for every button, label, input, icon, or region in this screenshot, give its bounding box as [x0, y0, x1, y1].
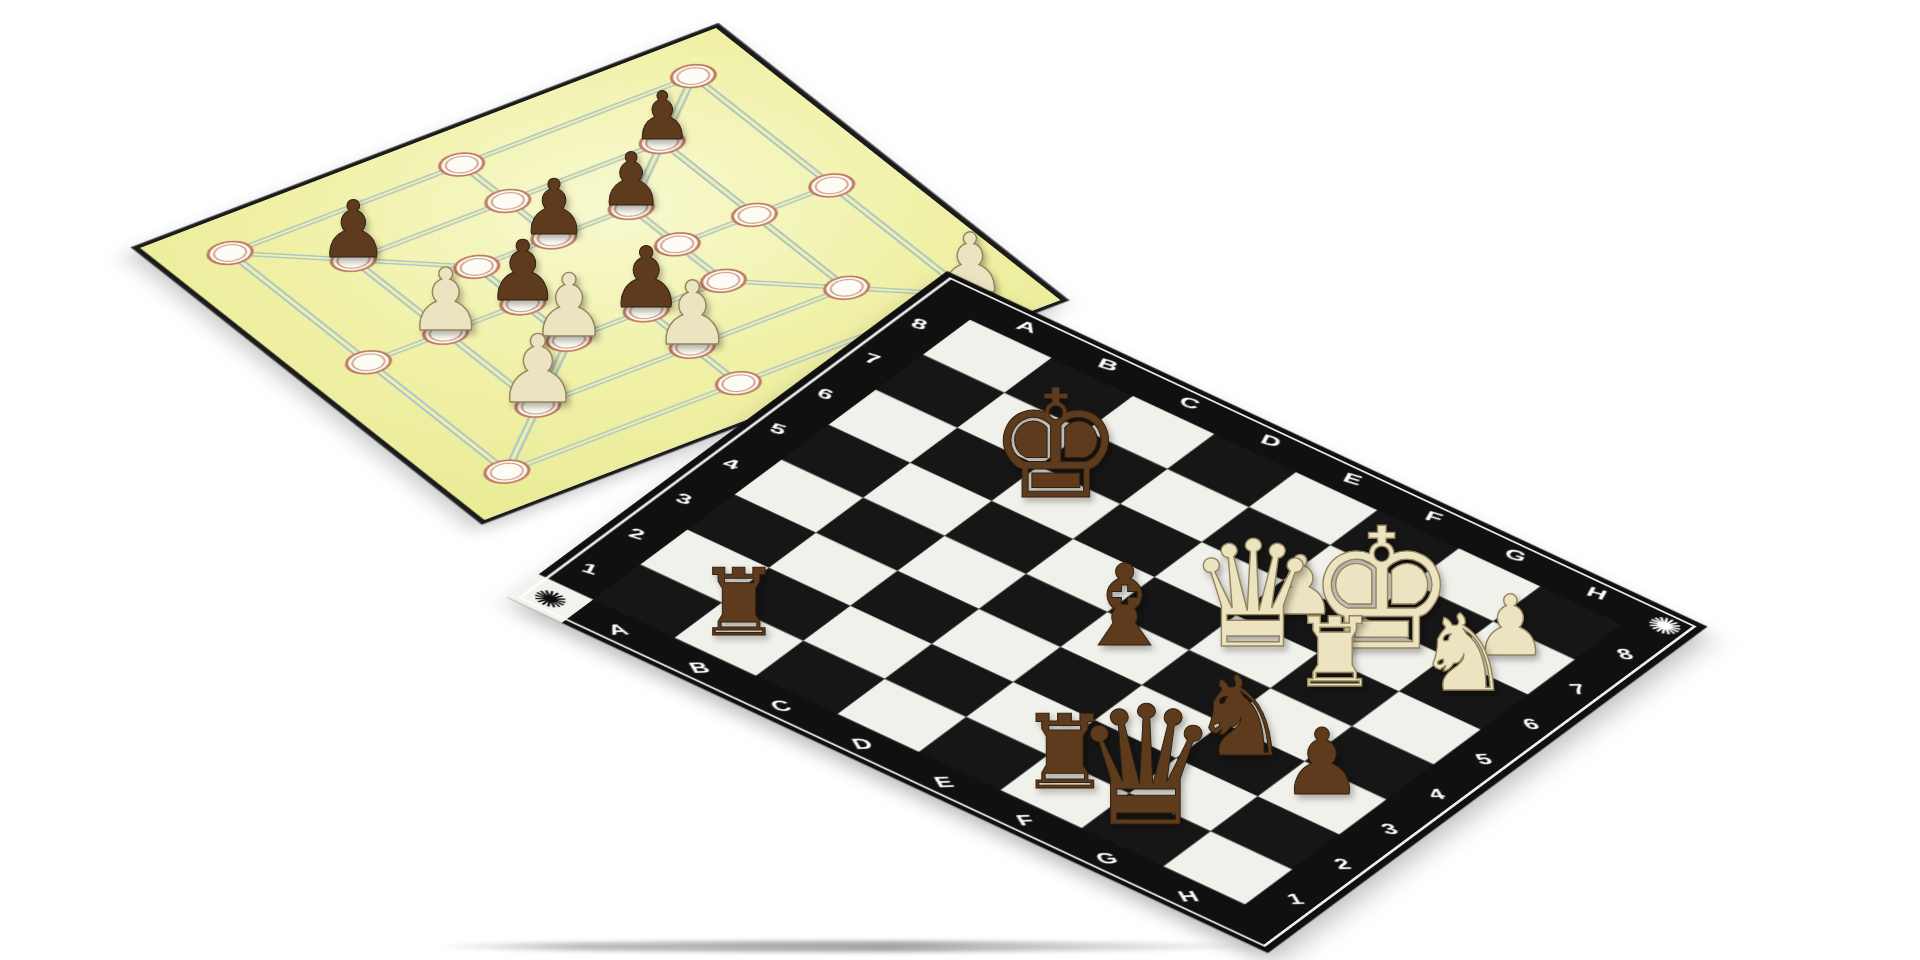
- chess-piece-dark-rook-b1[interactable]: ♜: [697, 558, 780, 651]
- chess-piece-dark-queen-g1[interactable]: ♛: [1072, 684, 1220, 849]
- morris-man-dark-c5[interactable]: ♟: [598, 143, 664, 216]
- morris-man-dark-b2[interactable]: ♟: [318, 191, 389, 270]
- chess-piece-dark-pawn-h3[interactable]: ♟: [1281, 717, 1363, 809]
- chess-piece-dark-bishop-e4[interactable]: ♝: [1074, 549, 1175, 662]
- chess-piece-dark-king-c6[interactable]: ♚: [988, 370, 1123, 520]
- morris-man-light-d2[interactable]: ♟: [407, 257, 485, 343]
- product-photo-scene: 87654321 87654321 ABCDEFGH ABCDEFGH ✺ ✺ …: [0, 0, 1920, 960]
- chess-piece-light-knight-h6[interactable]: ♞: [1416, 599, 1511, 705]
- chess-piece-light-rook-g5[interactable]: ♜: [1292, 605, 1378, 701]
- morris-man-light-f4[interactable]: ♟: [653, 269, 732, 357]
- morris-man-light-f2[interactable]: ♟: [496, 323, 580, 417]
- table-shadow: [430, 941, 1270, 952]
